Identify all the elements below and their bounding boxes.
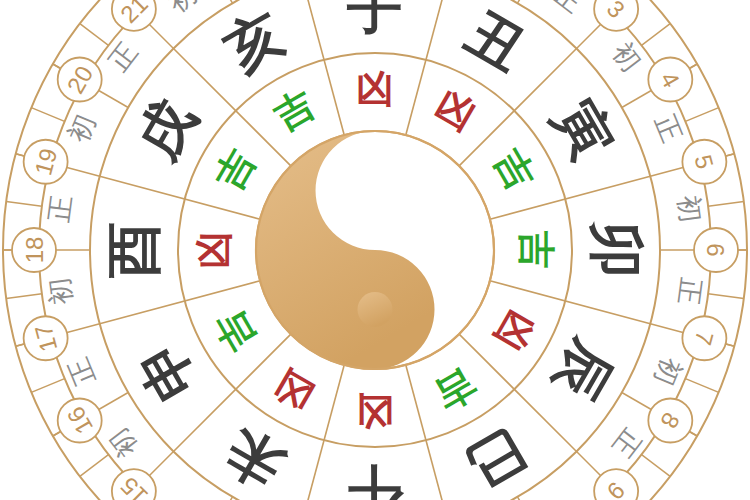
fortune-酉: 凶 <box>193 231 235 269</box>
half-hour-label-82.5: 初 <box>673 193 706 224</box>
fortune-子: 凶 <box>356 68 394 110</box>
branch-子: 子 <box>346 0 403 40</box>
fortune-卯: 吉 <box>515 230 557 269</box>
half-hour-label-97.5: 正 <box>673 276 706 307</box>
hour-number-6: 6 <box>702 243 729 256</box>
zodiac-wheel-stage: 正初正初正初正初正初正初正初345678915161718192021子丑寅卯辰… <box>0 0 750 500</box>
half-hour-label-277.5: 正 <box>44 193 77 224</box>
fortune-午: 凶 <box>356 390 394 432</box>
branch-卯: 卯 <box>585 221 648 278</box>
zodiac-wheel: 正初正初正初正初正初正初正初345678915161718192021子丑寅卯辰… <box>0 0 750 500</box>
branch-酉: 酉 <box>102 222 165 279</box>
yinyang-white-dot <box>358 173 393 208</box>
yinyang-gold-dot <box>358 292 393 327</box>
branch-午: 午 <box>347 460 405 500</box>
half-hour-label-262.5: 初 <box>44 276 77 307</box>
hour-number-18: 18 <box>21 237 48 264</box>
